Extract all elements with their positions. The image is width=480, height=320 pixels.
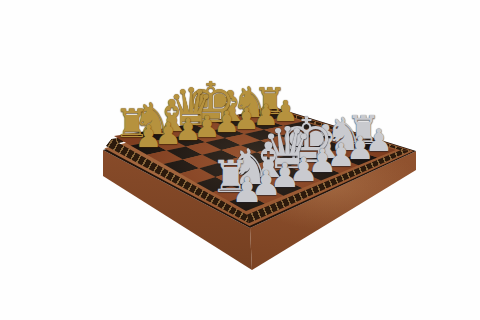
square-b1 <box>0 0 480 320</box>
square-e1 <box>0 0 480 320</box>
square-h2 <box>0 0 480 320</box>
piece-silver-bishop-c7: ♝ <box>247 136 291 185</box>
piece-silver-pawn-a8: ♟ <box>232 173 263 208</box>
piece-gold-pawn-h2: ♟ <box>273 97 299 126</box>
box-side-front-left <box>0 0 480 320</box>
square-g2 <box>0 0 480 320</box>
square-c2 <box>0 0 480 320</box>
square-g6 <box>0 0 480 320</box>
piece-gold-pawn-e2: ♟ <box>214 108 241 138</box>
piece-gold-pawn-a2: ♟ <box>135 122 163 153</box>
square-h7 <box>0 0 480 320</box>
square-h8 <box>0 0 480 320</box>
piece-gold-bishop-c1: ♝ <box>152 94 191 138</box>
square-g4 <box>0 0 480 320</box>
square-a7 <box>0 0 480 320</box>
square-a1 <box>0 0 480 320</box>
square-c3 <box>0 0 480 320</box>
square-c5 <box>0 0 480 320</box>
square-b6 <box>0 0 480 320</box>
piece-gold-knight-g1: ♞ <box>231 82 269 124</box>
piece-silver-bishop-f7: ♝ <box>305 118 347 165</box>
piece-gold-rook-h1: ♜ <box>253 84 286 121</box>
square-h1 <box>0 0 480 320</box>
square-e6 <box>0 0 480 320</box>
square-b7 <box>0 0 480 320</box>
square-a2 <box>0 0 480 320</box>
square-b4 <box>0 0 480 320</box>
piece-gold-bishop-f1: ♝ <box>211 85 249 127</box>
piece-silver-pawn-c8: ♟ <box>270 159 300 193</box>
square-c8 <box>0 0 480 320</box>
piece-silver-king-e7: ♚ <box>279 109 335 171</box>
piece-gold-queen-d1: ♛ <box>168 82 214 134</box>
pieces-layer: ♜♞♟♝♟♚♟♛♝♟♞♟♜♟♟♜♟♟♞♟♝♟♚♛♟♝♟♞♟♜♟♟ <box>0 0 480 320</box>
piece-gold-king-e1: ♚ <box>186 74 237 130</box>
square-c4 <box>0 0 480 320</box>
square-g3 <box>0 0 480 320</box>
square-c1 <box>0 0 480 320</box>
square-f8 <box>0 0 480 320</box>
square-a8 <box>0 0 480 320</box>
piece-gold-pawn-g2: ♟ <box>253 101 279 130</box>
piece-silver-pawn-h8: ♟ <box>365 125 393 156</box>
piece-gold-rook-a1: ♜ <box>115 105 150 144</box>
square-d4 <box>0 0 480 320</box>
square-b8 <box>0 0 480 320</box>
square-g5 <box>0 0 480 320</box>
square-f5 <box>0 0 480 320</box>
square-g1 <box>0 0 480 320</box>
piece-gold-pawn-c2: ♟ <box>174 115 201 145</box>
piece-gold-pawn-f2: ♟ <box>233 105 259 134</box>
square-f4 <box>0 0 480 320</box>
square-g7 <box>0 0 480 320</box>
square-d2 <box>0 0 480 320</box>
square-b2 <box>0 0 480 320</box>
border-band-edge-2 <box>0 0 480 320</box>
square-c6 <box>0 0 480 320</box>
box-top-leather <box>0 0 480 320</box>
square-h4 <box>0 0 480 320</box>
border-band-edge-3 <box>0 0 480 320</box>
square-a5 <box>0 0 480 320</box>
square-a3 <box>0 0 480 320</box>
square-g8 <box>0 0 480 320</box>
square-e7 <box>0 0 480 320</box>
box-rim-trim <box>0 0 480 320</box>
square-f6 <box>0 0 480 320</box>
square-c7 <box>0 0 480 320</box>
square-f2 <box>0 0 480 320</box>
piece-silver-knight-b7: ♞ <box>228 142 272 191</box>
box-side-front-right <box>0 0 480 320</box>
square-e2 <box>0 0 480 320</box>
square-f1 <box>0 0 480 320</box>
square-d6 <box>0 0 480 320</box>
piece-silver-pawn-e8: ♟ <box>308 146 337 179</box>
piece-silver-knight-g7: ♞ <box>324 112 365 158</box>
square-h6 <box>0 0 480 320</box>
square-h5 <box>0 0 480 320</box>
square-a6 <box>0 0 480 320</box>
square-b3 <box>0 0 480 320</box>
chess-board <box>0 0 480 320</box>
piece-silver-rook-h7: ♜ <box>346 112 381 152</box>
piece-silver-queen-d7: ♛ <box>262 121 314 179</box>
piece-gold-pawn-b2: ♟ <box>154 119 181 149</box>
square-e5 <box>0 0 480 320</box>
piece-silver-rook-a7: ♜ <box>211 154 251 198</box>
surface-sheen <box>0 0 480 320</box>
piece-gold-knight-b1: ♞ <box>132 97 171 141</box>
border-band-edge-0 <box>0 0 480 320</box>
square-e4 <box>0 0 480 320</box>
square-f7 <box>0 0 480 320</box>
product-photo-scene: ♜♞♟♝♟♚♟♛♝♟♞♟♜♟♟♜♟♟♞♟♝♟♚♛♟♝♟♞♟♜♟♟ <box>0 0 480 320</box>
square-d3 <box>0 0 480 320</box>
square-d5 <box>0 0 480 320</box>
square-d7 <box>0 0 480 320</box>
square-d1 <box>0 0 480 320</box>
piece-silver-pawn-g8: ♟ <box>346 132 374 164</box>
piece-gold-pawn-d2: ♟ <box>194 112 221 142</box>
square-b5 <box>0 0 480 320</box>
piece-silver-pawn-b8: ♟ <box>251 166 282 200</box>
square-h3 <box>0 0 480 320</box>
square-f3 <box>0 0 480 320</box>
square-e8 <box>0 0 480 320</box>
square-e3 <box>0 0 480 320</box>
piece-silver-pawn-f8: ♟ <box>327 139 356 171</box>
square-d8 <box>0 0 480 320</box>
square-a4 <box>0 0 480 320</box>
piece-silver-pawn-d8: ♟ <box>289 152 319 185</box>
border-band-edge-1 <box>0 0 480 320</box>
